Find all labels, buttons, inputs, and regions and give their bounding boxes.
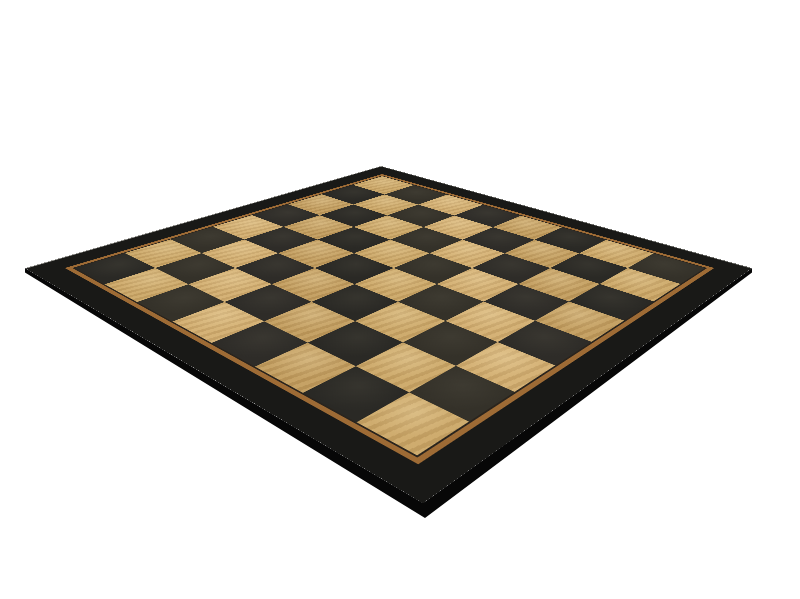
chessboard-photo	[0, 0, 800, 599]
